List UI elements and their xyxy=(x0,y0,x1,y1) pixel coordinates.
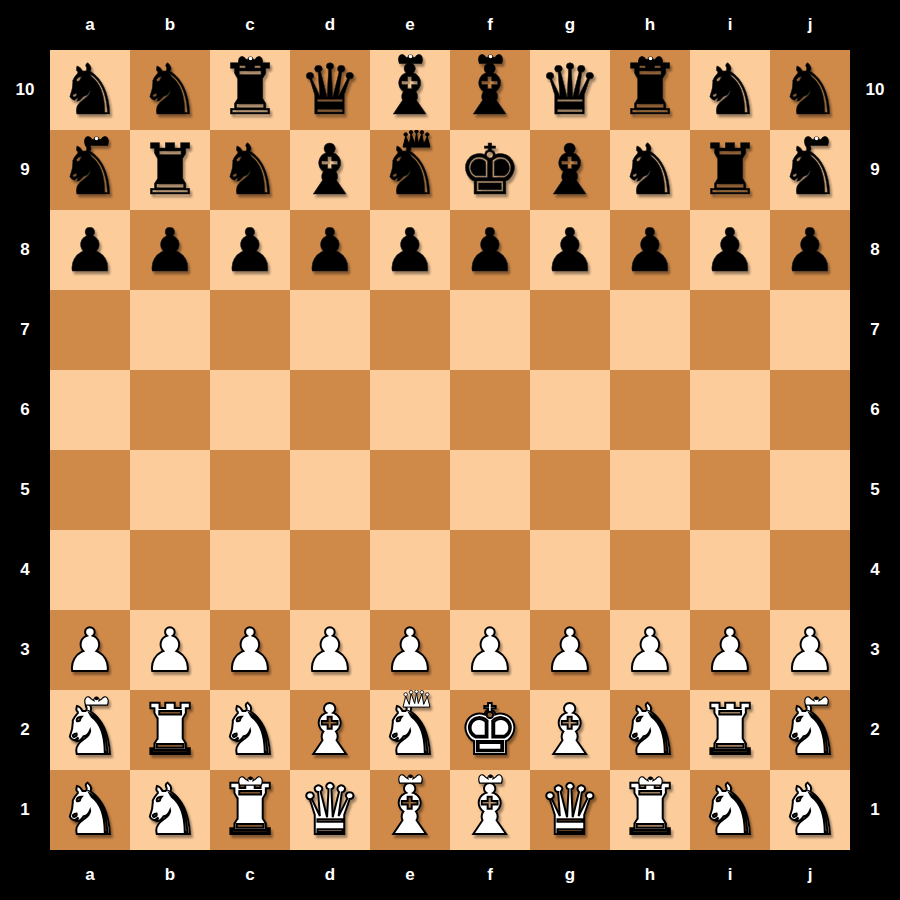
square-g9[interactable]: ♝ xyxy=(530,130,610,210)
square-h1[interactable]: ♜ xyxy=(610,770,690,850)
square-h8[interactable]: ♟ xyxy=(610,210,690,290)
piece-white-pawn[interactable]: ♟ xyxy=(690,610,770,690)
file-label-g: g xyxy=(530,0,610,50)
square-a2[interactable]: ♞ xyxy=(50,690,130,770)
piece-white-amazon[interactable]: ♞ xyxy=(370,690,450,770)
square-b7[interactable] xyxy=(130,290,210,370)
piece-white-crowned-bishop[interactable]: ♝ xyxy=(370,770,450,850)
rank-label-7: 7 xyxy=(0,290,50,370)
piece-black-pawn[interactable]: ♟ xyxy=(450,210,530,290)
file-label-j: j xyxy=(770,0,850,50)
square-j6[interactable] xyxy=(770,370,850,450)
square-i4[interactable] xyxy=(690,530,770,610)
piece-white-crowned-rook[interactable]: ♜ xyxy=(210,770,290,850)
square-c3[interactable]: ♟ xyxy=(210,610,290,690)
square-c5[interactable] xyxy=(210,450,290,530)
piece-white-bishop[interactable]: ♝ xyxy=(530,690,610,770)
square-j10[interactable]: ♞ xyxy=(770,50,850,130)
piece-black-knight-swoosh-base[interactable]: ♞ xyxy=(690,50,770,130)
piece-white-rook[interactable]: ♜ xyxy=(130,690,210,770)
square-d7[interactable] xyxy=(290,290,370,370)
file-label-a: a xyxy=(50,850,130,900)
rank-label-1: 1 xyxy=(0,770,50,850)
piece-black-crowned-rook[interactable]: ♜ xyxy=(610,50,690,130)
rank-labels-right: 10987654321 xyxy=(850,50,900,850)
rank-label-5: 5 xyxy=(0,450,50,530)
square-e3[interactable]: ♟ xyxy=(370,610,450,690)
square-i2[interactable]: ♜ xyxy=(690,690,770,770)
piece-black-pawn[interactable]: ♟ xyxy=(290,210,370,290)
piece-black-crowned-knight[interactable]: ♞ xyxy=(50,130,130,210)
piece-black-crowned-knight[interactable]: ♞ xyxy=(770,130,850,210)
piece-black-pawn[interactable]: ♟ xyxy=(690,210,770,290)
square-g3[interactable]: ♟ xyxy=(530,610,610,690)
square-d6[interactable] xyxy=(290,370,370,450)
square-b9[interactable]: ♜ xyxy=(130,130,210,210)
square-h9[interactable]: ♞ xyxy=(610,130,690,210)
piece-black-pawn[interactable]: ♟ xyxy=(130,210,210,290)
rank-label-10: 10 xyxy=(850,50,900,130)
square-c2[interactable]: ♞ xyxy=(210,690,290,770)
rank-label-8: 8 xyxy=(850,210,900,290)
square-e4[interactable] xyxy=(370,530,450,610)
square-f7[interactable] xyxy=(450,290,530,370)
board-diagram: abcdefghij abcdefghij 10987654321 109876… xyxy=(0,0,900,900)
square-b1[interactable]: ♞ xyxy=(130,770,210,850)
piece-white-queen[interactable]: ♛ xyxy=(530,770,610,850)
square-h4[interactable] xyxy=(610,530,690,610)
square-b10[interactable]: ♞ xyxy=(130,50,210,130)
piece-white-pawn[interactable]: ♟ xyxy=(130,610,210,690)
square-d1[interactable]: ♛ xyxy=(290,770,370,850)
file-label-j: j xyxy=(770,850,850,900)
square-i7[interactable] xyxy=(690,290,770,370)
piece-black-pawn[interactable]: ♟ xyxy=(210,210,290,290)
rank-label-2: 2 xyxy=(850,690,900,770)
square-e2[interactable]: ♞ xyxy=(370,690,450,770)
square-c1[interactable]: ♜ xyxy=(210,770,290,850)
rank-label-8: 8 xyxy=(0,210,50,290)
square-g8[interactable]: ♟ xyxy=(530,210,610,290)
square-a10[interactable]: ♞ xyxy=(50,50,130,130)
piece-white-knight-head[interactable]: ♞ xyxy=(210,690,290,770)
square-i1[interactable]: ♞ xyxy=(690,770,770,850)
piece-white-crowned-rook[interactable]: ♜ xyxy=(610,770,690,850)
square-a9[interactable]: ♞ xyxy=(50,130,130,210)
square-c7[interactable] xyxy=(210,290,290,370)
piece-white-knight-swoosh-base[interactable]: ♞ xyxy=(130,770,210,850)
square-b5[interactable] xyxy=(130,450,210,530)
square-g10[interactable]: ♛ xyxy=(530,50,610,130)
square-i5[interactable] xyxy=(690,450,770,530)
file-label-h: h xyxy=(610,0,690,50)
square-a7[interactable] xyxy=(50,290,130,370)
square-a6[interactable] xyxy=(50,370,130,450)
piece-black-bishop[interactable]: ♝ xyxy=(290,130,370,210)
rank-label-4: 4 xyxy=(850,530,900,610)
square-a4[interactable] xyxy=(50,530,130,610)
square-d4[interactable] xyxy=(290,530,370,610)
coronet-crown-icon xyxy=(803,694,830,706)
piece-white-pawn[interactable]: ♟ xyxy=(530,610,610,690)
piece-black-knight-head[interactable]: ♞ xyxy=(210,130,290,210)
rank-labels-left: 10987654321 xyxy=(0,50,50,850)
piece-black-king[interactable]: ♚ xyxy=(450,130,530,210)
square-a5[interactable] xyxy=(50,450,130,530)
file-label-i: i xyxy=(690,0,770,50)
square-d8[interactable]: ♟ xyxy=(290,210,370,290)
file-label-c: c xyxy=(210,0,290,50)
square-e7[interactable] xyxy=(370,290,450,370)
file-label-e: e xyxy=(370,0,450,50)
square-g4[interactable] xyxy=(530,530,610,610)
square-h10[interactable]: ♜ xyxy=(610,50,690,130)
piece-white-pawn[interactable]: ♟ xyxy=(50,610,130,690)
square-j5[interactable] xyxy=(770,450,850,530)
square-h7[interactable] xyxy=(610,290,690,370)
coronet-crown-icon xyxy=(637,54,664,66)
square-e8[interactable]: ♟ xyxy=(370,210,450,290)
rank-label-9: 9 xyxy=(850,130,900,210)
piece-white-knight[interactable]: ♞ xyxy=(770,770,850,850)
piece-black-crowned-rook[interactable]: ♜ xyxy=(210,50,290,130)
coronet-crown-icon xyxy=(237,54,264,66)
square-e1[interactable]: ♝ xyxy=(370,770,450,850)
piece-white-queen[interactable]: ♛ xyxy=(290,770,370,850)
piece-white-king[interactable]: ♚ xyxy=(450,690,530,770)
piece-white-knight[interactable]: ♞ xyxy=(50,770,130,850)
square-g1[interactable]: ♛ xyxy=(530,770,610,850)
square-g2[interactable]: ♝ xyxy=(530,690,610,770)
rank-label-10: 10 xyxy=(0,50,50,130)
file-label-f: f xyxy=(450,0,530,50)
rank-label-3: 3 xyxy=(850,610,900,690)
chess-board: ♞♞♜♛♝♝♛♜♞♞♞♜♞♝♞♚♝♞♜♞♟♟♟♟♟♟♟♟♟♟♟♟♟♟♟♟♟♟♟♟… xyxy=(50,50,850,850)
file-label-h: h xyxy=(610,850,690,900)
piece-black-pawn[interactable]: ♟ xyxy=(530,210,610,290)
square-c6[interactable] xyxy=(210,370,290,450)
rank-label-7: 7 xyxy=(850,290,900,370)
rank-label-6: 6 xyxy=(850,370,900,450)
rank-label-5: 5 xyxy=(850,450,900,530)
coronet-crown-icon xyxy=(477,52,504,64)
square-f10[interactable]: ♝ xyxy=(450,50,530,130)
piece-black-pawn[interactable]: ♟ xyxy=(370,210,450,290)
square-f3[interactable]: ♟ xyxy=(450,610,530,690)
square-h2[interactable]: ♞ xyxy=(610,690,690,770)
queen-crown-icon xyxy=(400,130,433,148)
coronet-crown-icon xyxy=(803,134,830,146)
file-label-b: b xyxy=(130,850,210,900)
square-f9[interactable]: ♚ xyxy=(450,130,530,210)
piece-black-knight[interactable]: ♞ xyxy=(770,50,850,130)
piece-black-crowned-bishop[interactable]: ♝ xyxy=(450,50,530,130)
piece-white-pawn[interactable]: ♟ xyxy=(210,610,290,690)
file-label-d: d xyxy=(290,0,370,50)
square-j8[interactable]: ♟ xyxy=(770,210,850,290)
piece-black-knight-head[interactable]: ♞ xyxy=(610,130,690,210)
square-h6[interactable] xyxy=(610,370,690,450)
piece-white-rook[interactable]: ♜ xyxy=(690,690,770,770)
square-i8[interactable]: ♟ xyxy=(690,210,770,290)
piece-black-pawn[interactable]: ♟ xyxy=(770,210,850,290)
piece-black-queen[interactable]: ♛ xyxy=(530,50,610,130)
queen-crown-icon xyxy=(400,690,433,708)
square-i9[interactable]: ♜ xyxy=(690,130,770,210)
square-i6[interactable] xyxy=(690,370,770,450)
file-label-c: c xyxy=(210,850,290,900)
piece-black-rook[interactable]: ♜ xyxy=(130,130,210,210)
rank-label-4: 4 xyxy=(0,530,50,610)
square-c9[interactable]: ♞ xyxy=(210,130,290,210)
rank-label-2: 2 xyxy=(0,690,50,770)
square-d2[interactable]: ♝ xyxy=(290,690,370,770)
square-a3[interactable]: ♟ xyxy=(50,610,130,690)
square-h3[interactable]: ♟ xyxy=(610,610,690,690)
coronet-crown-icon xyxy=(237,774,264,786)
piece-black-amazon[interactable]: ♞ xyxy=(370,130,450,210)
piece-black-queen[interactable]: ♛ xyxy=(290,50,370,130)
piece-white-crowned-bishop[interactable]: ♝ xyxy=(450,770,530,850)
file-label-g: g xyxy=(530,850,610,900)
square-e10[interactable]: ♝ xyxy=(370,50,450,130)
piece-white-pawn[interactable]: ♟ xyxy=(610,610,690,690)
square-h5[interactable] xyxy=(610,450,690,530)
square-f4[interactable] xyxy=(450,530,530,610)
piece-white-pawn[interactable]: ♟ xyxy=(370,610,450,690)
piece-black-knight-swoosh-base[interactable]: ♞ xyxy=(130,50,210,130)
square-d5[interactable] xyxy=(290,450,370,530)
square-g6[interactable] xyxy=(530,370,610,450)
rank-label-1: 1 xyxy=(850,770,900,850)
file-labels-bottom: abcdefghij xyxy=(50,850,850,900)
square-e9[interactable]: ♞ xyxy=(370,130,450,210)
coronet-crown-icon xyxy=(83,134,110,146)
coronet-crown-icon xyxy=(477,772,504,784)
square-b4[interactable] xyxy=(130,530,210,610)
piece-white-pawn[interactable]: ♟ xyxy=(770,610,850,690)
piece-white-knight-swoosh-base[interactable]: ♞ xyxy=(690,770,770,850)
square-i10[interactable]: ♞ xyxy=(690,50,770,130)
piece-white-pawn[interactable]: ♟ xyxy=(450,610,530,690)
square-f2[interactable]: ♚ xyxy=(450,690,530,770)
coronet-crown-icon xyxy=(637,774,664,786)
piece-black-rook[interactable]: ♜ xyxy=(690,130,770,210)
square-a1[interactable]: ♞ xyxy=(50,770,130,850)
square-e6[interactable] xyxy=(370,370,450,450)
square-d9[interactable]: ♝ xyxy=(290,130,370,210)
file-label-f: f xyxy=(450,850,530,900)
file-label-a: a xyxy=(50,0,130,50)
rank-label-9: 9 xyxy=(0,130,50,210)
square-i3[interactable]: ♟ xyxy=(690,610,770,690)
square-j9[interactable]: ♞ xyxy=(770,130,850,210)
file-label-e: e xyxy=(370,850,450,900)
rank-label-3: 3 xyxy=(0,610,50,690)
square-c8[interactable]: ♟ xyxy=(210,210,290,290)
piece-white-bishop[interactable]: ♝ xyxy=(290,690,370,770)
square-d10[interactable]: ♛ xyxy=(290,50,370,130)
square-c10[interactable]: ♜ xyxy=(210,50,290,130)
square-b3[interactable]: ♟ xyxy=(130,610,210,690)
piece-white-pawn[interactable]: ♟ xyxy=(290,610,370,690)
square-j1[interactable]: ♞ xyxy=(770,770,850,850)
square-g7[interactable] xyxy=(530,290,610,370)
piece-black-pawn[interactable]: ♟ xyxy=(50,210,130,290)
square-g5[interactable] xyxy=(530,450,610,530)
coronet-crown-icon xyxy=(397,52,424,64)
piece-black-crowned-bishop[interactable]: ♝ xyxy=(370,50,450,130)
square-f8[interactable]: ♟ xyxy=(450,210,530,290)
coronet-crown-icon xyxy=(83,694,110,706)
square-d3[interactable]: ♟ xyxy=(290,610,370,690)
square-j2[interactable]: ♞ xyxy=(770,690,850,770)
square-j3[interactable]: ♟ xyxy=(770,610,850,690)
square-b2[interactable]: ♜ xyxy=(130,690,210,770)
file-labels-top: abcdefghij xyxy=(50,0,850,50)
piece-black-bishop[interactable]: ♝ xyxy=(530,130,610,210)
square-c4[interactable] xyxy=(210,530,290,610)
rank-label-6: 6 xyxy=(0,370,50,450)
file-label-d: d xyxy=(290,850,370,900)
coronet-crown-icon xyxy=(397,772,424,784)
square-b8[interactable]: ♟ xyxy=(130,210,210,290)
piece-white-knight-head[interactable]: ♞ xyxy=(610,690,690,770)
square-b6[interactable] xyxy=(130,370,210,450)
square-a8[interactable]: ♟ xyxy=(50,210,130,290)
square-e5[interactable] xyxy=(370,450,450,530)
piece-black-knight[interactable]: ♞ xyxy=(50,50,130,130)
square-j4[interactable] xyxy=(770,530,850,610)
piece-black-pawn[interactable]: ♟ xyxy=(610,210,690,290)
square-f1[interactable]: ♝ xyxy=(450,770,530,850)
square-j7[interactable] xyxy=(770,290,850,370)
square-f5[interactable] xyxy=(450,450,530,530)
piece-white-crowned-knight[interactable]: ♞ xyxy=(50,690,130,770)
piece-white-crowned-knight[interactable]: ♞ xyxy=(770,690,850,770)
file-label-b: b xyxy=(130,0,210,50)
file-label-i: i xyxy=(690,850,770,900)
square-f6[interactable] xyxy=(450,370,530,450)
